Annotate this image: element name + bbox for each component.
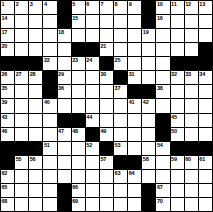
clue-number: 57 — [100, 156, 106, 162]
white-cell[interactable] — [142, 43, 155, 56]
white-cell[interactable] — [72, 99, 85, 112]
black-cell — [58, 1, 71, 14]
white-cell[interactable] — [15, 184, 28, 197]
white-cell[interactable] — [128, 43, 141, 56]
white-cell[interactable] — [72, 85, 85, 98]
white-cell[interactable] — [100, 170, 113, 183]
white-cell[interactable] — [142, 71, 155, 84]
white-cell[interactable] — [185, 43, 198, 56]
clue-number: 38 — [157, 85, 163, 91]
white-cell[interactable]: 5 — [72, 1, 85, 14]
white-cell[interactable] — [29, 184, 42, 197]
white-cell[interactable]: 12 — [185, 1, 198, 14]
white-cell[interactable]: 2 — [15, 1, 28, 14]
white-cell[interactable]: 52 — [86, 142, 99, 155]
black-cell — [15, 57, 28, 70]
white-cell[interactable]: 62 — [1, 170, 14, 183]
white-cell[interactable]: 41 — [128, 99, 141, 112]
white-cell[interactable] — [43, 170, 56, 183]
clue-number: 52 — [86, 142, 92, 148]
clue-number: 7 — [100, 1, 103, 7]
black-cell — [142, 85, 155, 98]
clue-number: 6 — [86, 1, 89, 7]
black-cell — [86, 128, 99, 141]
white-cell[interactable]: 7 — [100, 1, 113, 14]
white-cell[interactable]: 68 — [1, 198, 14, 211]
white-cell[interactable] — [185, 184, 198, 197]
clue-number: 58 — [143, 156, 149, 162]
white-cell[interactable] — [199, 198, 212, 211]
clue-number: 17 — [2, 29, 8, 35]
black-cell — [100, 142, 113, 155]
black-cell — [156, 114, 169, 127]
white-cell[interactable] — [100, 99, 113, 112]
black-cell — [43, 71, 56, 84]
black-cell — [1, 156, 14, 169]
white-cell[interactable] — [43, 15, 56, 28]
white-cell[interactable]: 51 — [43, 142, 56, 155]
white-cell[interactable]: 13 — [199, 1, 212, 14]
white-cell[interactable] — [43, 128, 56, 141]
clue-number: 69 — [72, 198, 78, 204]
clue-number: 33 — [185, 71, 191, 77]
white-cell[interactable] — [72, 156, 85, 169]
white-cell[interactable] — [29, 43, 42, 56]
white-cell[interactable] — [142, 170, 155, 183]
white-cell[interactable] — [58, 142, 71, 155]
white-cell[interactable] — [29, 15, 42, 28]
white-cell[interactable]: 3 — [29, 1, 42, 14]
white-cell[interactable]: 16 — [156, 15, 169, 28]
white-cell[interactable] — [100, 85, 113, 98]
white-cell[interactable]: 35 — [1, 85, 14, 98]
white-cell[interactable]: 21 — [100, 43, 113, 56]
white-cell[interactable] — [72, 29, 85, 42]
clue-number: 20 — [2, 43, 8, 49]
white-cell[interactable] — [156, 170, 169, 183]
white-cell[interactable]: 67 — [156, 184, 169, 197]
white-cell[interactable]: 65 — [1, 184, 14, 197]
clue-number: 13 — [199, 1, 205, 7]
crossword-grid: 1234567891011121314151617181920212223242… — [0, 0, 213, 212]
white-cell[interactable] — [171, 99, 184, 112]
clue-number: 35 — [2, 85, 8, 91]
white-cell[interactable]: 38 — [156, 85, 169, 98]
black-cell — [128, 85, 141, 98]
white-cell[interactable] — [114, 15, 127, 28]
clue-number: 49 — [100, 128, 106, 134]
white-cell[interactable]: 40 — [43, 99, 56, 112]
white-cell[interactable]: 50 — [171, 128, 184, 141]
white-cell[interactable]: 45 — [171, 114, 184, 127]
clue-number: 44 — [86, 114, 92, 120]
white-cell[interactable]: 47 — [58, 128, 71, 141]
white-cell[interactable]: 57 — [100, 156, 113, 169]
white-cell[interactable] — [185, 170, 198, 183]
white-cell[interactable] — [15, 128, 28, 141]
clue-number: 18 — [58, 29, 64, 35]
black-cell — [100, 57, 113, 70]
white-cell[interactable] — [171, 29, 184, 42]
white-cell[interactable] — [15, 114, 28, 127]
white-cell[interactable] — [199, 99, 212, 112]
white-cell[interactable]: 31 — [128, 71, 141, 84]
white-cell[interactable]: 59 — [171, 156, 184, 169]
white-cell[interactable]: 43 — [1, 114, 14, 127]
clue-number: 4 — [44, 1, 47, 7]
black-cell — [58, 15, 71, 28]
white-cell[interactable]: 61 — [199, 156, 212, 169]
clue-number: 3 — [30, 1, 33, 7]
white-cell[interactable] — [142, 142, 155, 155]
white-cell[interactable] — [114, 198, 127, 211]
black-cell — [114, 156, 127, 169]
white-cell[interactable] — [114, 128, 127, 141]
black-cell — [142, 1, 155, 14]
clue-number: 14 — [2, 15, 8, 21]
white-cell[interactable] — [58, 43, 71, 56]
clue-number: 65 — [2, 184, 8, 190]
clue-number: 12 — [185, 1, 191, 7]
white-cell[interactable] — [100, 114, 113, 127]
white-cell[interactable]: 53 — [114, 142, 127, 155]
clue-number: 68 — [2, 198, 8, 204]
clue-number: 70 — [157, 198, 163, 204]
white-cell[interactable] — [43, 29, 56, 42]
white-cell[interactable]: 23 — [72, 57, 85, 70]
white-cell[interactable] — [156, 43, 169, 56]
clue-number: 36 — [58, 85, 64, 91]
white-cell[interactable] — [171, 184, 184, 197]
clue-number: 41 — [129, 99, 135, 105]
clue-number: 66 — [72, 184, 78, 190]
white-cell[interactable]: 11 — [171, 1, 184, 14]
white-cell[interactable]: 54 — [156, 142, 169, 155]
black-cell — [171, 57, 184, 70]
white-cell[interactable]: 55 — [15, 156, 28, 169]
clue-number: 30 — [100, 71, 106, 77]
black-cell — [199, 43, 212, 56]
white-cell[interactable] — [29, 128, 42, 141]
white-cell[interactable] — [29, 85, 42, 98]
white-cell[interactable] — [142, 114, 155, 127]
clue-number: 31 — [129, 71, 135, 77]
clue-number: 62 — [2, 170, 8, 176]
black-cell — [142, 198, 155, 211]
clue-number: 59 — [171, 156, 177, 162]
white-cell[interactable] — [128, 184, 141, 197]
white-cell[interactable] — [142, 128, 155, 141]
white-cell[interactable] — [72, 142, 85, 155]
white-cell[interactable]: 17 — [1, 29, 14, 42]
white-cell[interactable]: 9 — [128, 1, 141, 14]
white-cell[interactable] — [171, 170, 184, 183]
white-cell[interactable] — [43, 184, 56, 197]
white-cell[interactable]: 27 — [15, 71, 28, 84]
white-cell[interactable]: 70 — [156, 198, 169, 211]
white-cell[interactable] — [100, 15, 113, 28]
white-cell[interactable] — [15, 43, 28, 56]
white-cell[interactable] — [86, 29, 99, 42]
white-cell[interactable] — [72, 71, 85, 84]
white-cell[interactable]: 44 — [86, 114, 99, 127]
white-cell[interactable] — [58, 170, 71, 183]
white-cell[interactable]: 36 — [58, 85, 71, 98]
black-cell — [185, 57, 198, 70]
clue-number: 61 — [199, 156, 205, 162]
black-cell — [43, 85, 56, 98]
black-cell — [1, 57, 14, 70]
white-cell[interactable] — [86, 156, 99, 169]
white-cell[interactable]: 69 — [72, 198, 85, 211]
white-cell[interactable] — [171, 15, 184, 28]
black-cell — [29, 57, 42, 70]
white-cell[interactable] — [43, 198, 56, 211]
white-cell[interactable] — [86, 15, 99, 28]
clue-number: 28 — [30, 71, 36, 77]
clue-number: 15 — [72, 15, 78, 21]
clue-number: 19 — [143, 29, 149, 35]
white-cell[interactable] — [29, 170, 42, 183]
white-cell[interactable]: 66 — [72, 184, 85, 197]
white-cell[interactable]: 10 — [156, 1, 169, 14]
white-cell[interactable] — [86, 85, 99, 98]
white-cell[interactable]: 42 — [142, 99, 155, 112]
clue-number: 56 — [30, 156, 36, 162]
clue-number: 60 — [185, 156, 191, 162]
white-cell[interactable]: 15 — [72, 15, 85, 28]
white-cell[interactable]: 33 — [185, 71, 198, 84]
white-cell[interactable] — [199, 29, 212, 42]
clue-number: 11 — [171, 1, 176, 7]
white-cell[interactable] — [86, 170, 99, 183]
white-cell[interactable]: 64 — [128, 170, 141, 183]
clue-number: 29 — [58, 71, 64, 77]
clue-number: 2 — [16, 1, 19, 7]
clue-number: 67 — [157, 184, 163, 190]
white-cell[interactable] — [185, 85, 198, 98]
white-cell[interactable]: 6 — [86, 1, 99, 14]
white-cell[interactable] — [185, 15, 198, 28]
white-cell[interactable] — [128, 198, 141, 211]
white-cell[interactable]: 58 — [142, 156, 155, 169]
white-cell[interactable] — [15, 198, 28, 211]
clue-number: 43 — [2, 114, 8, 120]
clue-number: 37 — [115, 85, 121, 91]
white-cell[interactable] — [199, 170, 212, 183]
white-cell[interactable] — [43, 114, 56, 127]
white-cell[interactable]: 18 — [58, 29, 71, 42]
white-cell[interactable]: 22 — [43, 57, 56, 70]
white-cell[interactable] — [100, 184, 113, 197]
clue-number: 64 — [129, 170, 135, 176]
white-cell[interactable]: 26 — [1, 71, 14, 84]
white-cell[interactable] — [171, 85, 184, 98]
clue-number: 32 — [171, 71, 177, 77]
black-cell — [1, 142, 14, 155]
white-cell[interactable] — [15, 85, 28, 98]
clue-number: 50 — [171, 128, 177, 134]
clue-number: 42 — [143, 99, 149, 105]
white-cell[interactable] — [58, 156, 71, 169]
white-cell[interactable]: 29 — [58, 71, 71, 84]
white-cell[interactable]: 30 — [100, 71, 113, 84]
black-cell — [114, 71, 127, 84]
clue-number: 27 — [16, 71, 22, 77]
white-cell[interactable]: 24 — [86, 57, 99, 70]
clue-number: 16 — [157, 15, 163, 21]
clue-number: 47 — [58, 128, 64, 134]
white-cell[interactable] — [100, 198, 113, 211]
black-cell — [58, 198, 71, 211]
white-cell[interactable] — [171, 43, 184, 56]
white-cell[interactable]: 60 — [185, 156, 198, 169]
white-cell[interactable] — [185, 128, 198, 141]
white-cell[interactable] — [86, 71, 99, 84]
white-cell[interactable]: 34 — [199, 71, 212, 84]
black-cell — [199, 57, 212, 70]
clue-number: 45 — [171, 114, 177, 120]
clue-number: 22 — [44, 57, 50, 63]
white-cell[interactable]: 25 — [114, 57, 127, 70]
clue-number: 24 — [86, 57, 92, 63]
white-cell[interactable] — [156, 156, 169, 169]
white-cell[interactable] — [199, 184, 212, 197]
black-cell — [142, 15, 155, 28]
clue-number: 48 — [72, 128, 78, 134]
clue-number: 9 — [129, 1, 132, 7]
white-cell[interactable] — [185, 114, 198, 127]
clue-number: 54 — [157, 142, 163, 148]
clue-number: 23 — [72, 57, 78, 63]
black-cell — [142, 184, 155, 197]
white-cell[interactable]: 19 — [142, 29, 155, 42]
white-cell[interactable] — [29, 198, 42, 211]
white-cell[interactable] — [156, 29, 169, 42]
white-cell[interactable]: 28 — [29, 71, 42, 84]
white-cell[interactable] — [15, 29, 28, 42]
white-cell[interactable] — [128, 128, 141, 141]
white-cell[interactable] — [128, 114, 141, 127]
clue-number: 46 — [2, 128, 8, 134]
white-cell[interactable]: 46 — [1, 128, 14, 141]
clue-number: 51 — [44, 142, 50, 148]
white-cell[interactable] — [15, 99, 28, 112]
white-cell[interactable] — [171, 198, 184, 211]
white-cell[interactable] — [199, 85, 212, 98]
black-cell — [72, 43, 85, 56]
black-cell — [128, 156, 141, 169]
white-cell[interactable]: 8 — [114, 1, 127, 14]
white-cell[interactable] — [128, 57, 141, 70]
clue-number: 55 — [16, 156, 22, 162]
white-cell[interactable]: 20 — [1, 43, 14, 56]
white-cell[interactable] — [86, 184, 99, 197]
white-cell[interactable]: 32 — [171, 71, 184, 84]
clue-number: 10 — [157, 1, 163, 7]
black-cell — [29, 142, 42, 155]
white-cell[interactable]: 37 — [114, 85, 127, 98]
white-cell[interactable] — [142, 57, 155, 70]
white-cell[interactable]: 4 — [43, 1, 56, 14]
black-cell — [58, 184, 71, 197]
white-cell[interactable] — [58, 99, 71, 112]
white-cell[interactable]: 63 — [114, 170, 127, 183]
white-cell[interactable]: 39 — [1, 99, 14, 112]
black-cell — [156, 128, 169, 141]
clue-number: 25 — [115, 57, 121, 63]
white-cell[interactable] — [43, 43, 56, 56]
white-cell[interactable] — [114, 29, 127, 42]
black-cell — [58, 114, 71, 127]
clue-number: 26 — [2, 71, 8, 77]
white-cell[interactable] — [72, 170, 85, 183]
clue-number: 8 — [115, 1, 118, 7]
white-cell[interactable] — [114, 184, 127, 197]
white-cell[interactable] — [100, 29, 113, 42]
white-cell[interactable] — [199, 128, 212, 141]
white-cell[interactable] — [86, 99, 99, 112]
clue-number: 53 — [115, 142, 121, 148]
clue-number: 39 — [2, 99, 8, 105]
white-cell[interactable] — [86, 198, 99, 211]
white-cell[interactable] — [58, 57, 71, 70]
white-cell[interactable] — [128, 29, 141, 42]
white-cell[interactable] — [156, 57, 169, 70]
clue-number: 63 — [115, 170, 121, 176]
black-cell — [15, 142, 28, 155]
clue-number: 1 — [2, 1, 5, 7]
white-cell[interactable] — [114, 99, 127, 112]
white-cell[interactable] — [29, 29, 42, 42]
white-cell[interactable] — [114, 114, 127, 127]
black-cell — [86, 43, 99, 56]
white-cell[interactable]: 48 — [72, 128, 85, 141]
black-cell — [72, 114, 85, 127]
white-cell[interactable] — [43, 156, 56, 169]
white-cell[interactable] — [185, 198, 198, 211]
white-cell[interactable] — [15, 170, 28, 183]
white-cell[interactable]: 49 — [100, 128, 113, 141]
white-cell[interactable]: 56 — [29, 156, 42, 169]
white-cell[interactable]: 1 — [1, 1, 14, 14]
black-cell — [185, 142, 198, 155]
white-cell[interactable] — [128, 142, 141, 155]
white-cell[interactable]: 14 — [1, 15, 14, 28]
white-cell[interactable] — [185, 99, 198, 112]
white-cell[interactable] — [15, 15, 28, 28]
white-cell[interactable] — [29, 99, 42, 112]
clue-number: 5 — [72, 1, 75, 7]
white-cell[interactable] — [199, 114, 212, 127]
white-cell[interactable] — [156, 71, 169, 84]
clue-number: 40 — [44, 99, 50, 105]
white-cell[interactable] — [29, 114, 42, 127]
white-cell[interactable] — [199, 15, 212, 28]
black-cell — [171, 142, 184, 155]
clue-number: 34 — [199, 71, 205, 77]
white-cell[interactable] — [128, 15, 141, 28]
black-cell — [199, 142, 212, 155]
clue-number: 21 — [100, 43, 106, 49]
white-cell[interactable] — [114, 43, 127, 56]
white-cell[interactable] — [185, 29, 198, 42]
white-cell[interactable] — [156, 99, 169, 112]
